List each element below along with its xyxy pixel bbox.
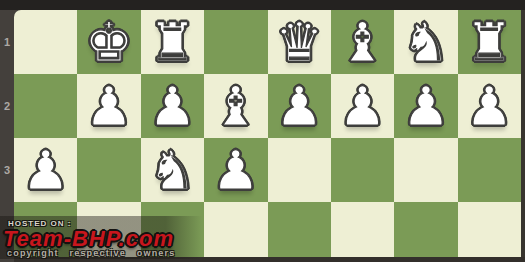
square-g4[interactable] — [77, 202, 140, 257]
square-f1[interactable]: ♜ — [141, 10, 204, 74]
white-queen-d1[interactable]: ♛ — [275, 16, 323, 70]
square-a2[interactable]: ♟ — [458, 74, 521, 138]
square-d4[interactable] — [268, 202, 331, 257]
square-d1[interactable]: ♛ — [268, 10, 331, 74]
white-pawn-f2[interactable]: ♟ — [148, 80, 196, 134]
rank-label-1: 1 — [0, 10, 14, 74]
white-bishop-c1[interactable]: ♝ — [338, 16, 386, 70]
square-c2[interactable]: ♟ — [331, 74, 394, 138]
window-top-bar — [0, 0, 525, 10]
square-g3[interactable] — [77, 138, 140, 202]
frame-right-edge — [521, 10, 525, 262]
white-pawn-c2[interactable]: ♟ — [338, 80, 386, 134]
square-d3[interactable] — [268, 138, 331, 202]
white-rook-f1[interactable]: ♜ — [148, 16, 196, 70]
square-a4[interactable] — [458, 202, 521, 257]
white-knight-b1[interactable]: ♞ — [402, 16, 450, 70]
square-b3[interactable] — [394, 138, 457, 202]
white-knight-f3[interactable]: ♞ — [148, 144, 196, 198]
white-pawn-h3[interactable]: ♟ — [21, 144, 69, 198]
square-c1[interactable]: ♝ — [331, 10, 394, 74]
white-pawn-g2[interactable]: ♟ — [85, 80, 133, 134]
square-c4[interactable] — [331, 202, 394, 257]
square-a1[interactable]: ♜ — [458, 10, 521, 74]
square-f3[interactable]: ♞ — [141, 138, 204, 202]
rank-coordinate-gutter: 123 — [0, 10, 14, 262]
white-rook-a1[interactable]: ♜ — [465, 16, 513, 70]
square-e3[interactable]: ♟ — [204, 138, 267, 202]
square-d2[interactable]: ♟ — [268, 74, 331, 138]
rank-label-2: 2 — [0, 74, 14, 138]
white-pawn-d2[interactable]: ♟ — [275, 80, 323, 134]
square-g2[interactable]: ♟ — [77, 74, 140, 138]
frame-bottom-edge — [14, 257, 525, 262]
square-h2[interactable] — [14, 74, 77, 138]
square-b4[interactable] — [394, 202, 457, 257]
white-bishop-e2[interactable]: ♝ — [212, 80, 260, 134]
square-e1[interactable] — [204, 10, 267, 74]
square-h3[interactable]: ♟ — [14, 138, 77, 202]
screenshot-frame: 123 ♚♜♛♝♞♜♟♟♝♟♟♟♟♟♞♟ HOSTED ON : Team-BH… — [0, 0, 525, 262]
white-king-g1[interactable]: ♚ — [85, 16, 133, 70]
square-e4[interactable] — [204, 202, 267, 257]
square-g1[interactable]: ♚ — [77, 10, 140, 74]
chess-board[interactable]: ♚♜♛♝♞♜♟♟♝♟♟♟♟♟♞♟ — [14, 10, 521, 257]
square-f2[interactable]: ♟ — [141, 74, 204, 138]
square-f4[interactable] — [141, 202, 204, 257]
rank-label-3: 3 — [0, 138, 14, 202]
square-b1[interactable]: ♞ — [394, 10, 457, 74]
white-pawn-a2[interactable]: ♟ — [465, 80, 513, 134]
white-pawn-b2[interactable]: ♟ — [402, 80, 450, 134]
square-h1[interactable] — [14, 10, 77, 74]
square-a3[interactable] — [458, 138, 521, 202]
square-e2[interactable]: ♝ — [204, 74, 267, 138]
square-c3[interactable] — [331, 138, 394, 202]
square-h4[interactable] — [14, 202, 77, 257]
white-pawn-e3[interactable]: ♟ — [212, 144, 260, 198]
square-b2[interactable]: ♟ — [394, 74, 457, 138]
